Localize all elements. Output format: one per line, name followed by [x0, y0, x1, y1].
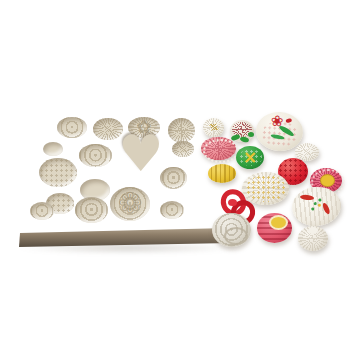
candy-pink-urchin	[201, 137, 236, 160]
candies: ❀×	[0, 0, 360, 360]
decor-ellipse	[228, 199, 237, 206]
product-photo: ✿♥❁ ❀×	[0, 0, 360, 360]
decor-ellipse	[246, 175, 286, 202]
candy-green-candy-yellow-x: ×	[236, 146, 264, 169]
decor-glyph: ×	[243, 148, 257, 165]
candy-white-egg-decorated	[290, 185, 343, 229]
texture	[208, 164, 236, 183]
decor-ellipse	[308, 227, 318, 234]
decor-ellipse	[269, 215, 288, 230]
candy-cream-chestnut-swirl	[298, 226, 328, 251]
decor-ellipse	[209, 123, 219, 131]
candy-kiku-blossom-white	[203, 118, 224, 137]
decor-ellipse	[203, 139, 239, 163]
candy-pink-tier-dome-yellow-top	[257, 213, 292, 243]
candy-white-daisy-dome	[242, 172, 289, 205]
candy-cream-swirl-shell	[212, 213, 251, 247]
decor-ellipse	[224, 227, 248, 245]
candy-yellow-ribbed-oval	[208, 164, 236, 183]
texture	[290, 185, 343, 229]
decor-ellipse	[248, 132, 254, 137]
